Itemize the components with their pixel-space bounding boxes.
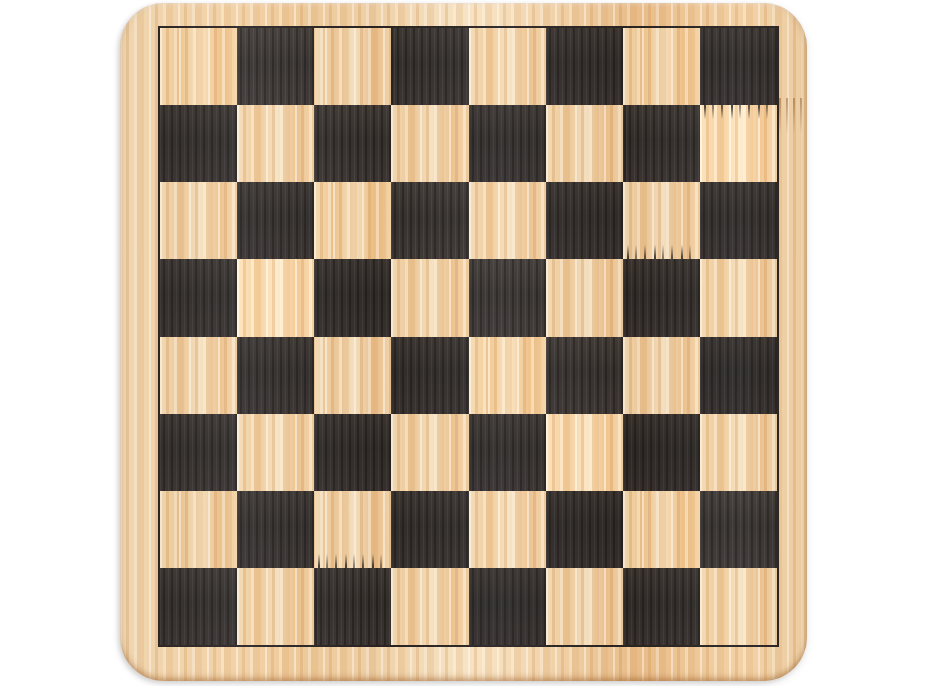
square-e8[interactable] [469, 28, 546, 105]
square-b3[interactable] [237, 414, 314, 491]
square-d1[interactable] [391, 568, 468, 645]
square-g2[interactable] [623, 491, 700, 568]
square-e2[interactable] [469, 491, 546, 568]
square-h6[interactable] [700, 182, 777, 259]
square-a5[interactable] [160, 259, 237, 336]
square-c5[interactable] [314, 259, 391, 336]
square-e5[interactable] [469, 259, 546, 336]
square-a1[interactable] [160, 568, 237, 645]
square-a2[interactable] [160, 491, 237, 568]
board-grid [160, 28, 777, 645]
square-h3[interactable] [700, 414, 777, 491]
photo-background [0, 0, 928, 686]
square-f4[interactable] [546, 337, 623, 414]
square-h7[interactable] [700, 105, 777, 182]
square-h5[interactable] [700, 259, 777, 336]
square-h4[interactable] [700, 337, 777, 414]
square-h2[interactable] [700, 491, 777, 568]
wood-grain-streak-detail [779, 98, 803, 134]
wooden-board [120, 3, 807, 681]
square-a7[interactable] [160, 105, 237, 182]
square-e6[interactable] [469, 182, 546, 259]
square-f3[interactable] [546, 414, 623, 491]
square-g6[interactable] [623, 182, 700, 259]
square-d6[interactable] [391, 182, 468, 259]
square-e7[interactable] [469, 105, 546, 182]
square-d8[interactable] [391, 28, 468, 105]
square-g8[interactable] [623, 28, 700, 105]
square-g3[interactable] [623, 414, 700, 491]
square-b6[interactable] [237, 182, 314, 259]
square-a6[interactable] [160, 182, 237, 259]
square-h8[interactable] [700, 28, 777, 105]
square-a3[interactable] [160, 414, 237, 491]
square-b5[interactable] [237, 259, 314, 336]
square-g7[interactable] [623, 105, 700, 182]
square-c1[interactable] [314, 568, 391, 645]
chessboard-playing-area [158, 26, 779, 647]
square-b2[interactable] [237, 491, 314, 568]
square-c3[interactable] [314, 414, 391, 491]
square-b4[interactable] [237, 337, 314, 414]
square-c6[interactable] [314, 182, 391, 259]
square-g5[interactable] [623, 259, 700, 336]
square-c8[interactable] [314, 28, 391, 105]
square-e4[interactable] [469, 337, 546, 414]
square-a4[interactable] [160, 337, 237, 414]
square-g1[interactable] [623, 568, 700, 645]
square-e3[interactable] [469, 414, 546, 491]
square-d3[interactable] [391, 414, 468, 491]
square-f1[interactable] [546, 568, 623, 645]
square-c7[interactable] [314, 105, 391, 182]
square-a8[interactable] [160, 28, 237, 105]
square-d4[interactable] [391, 337, 468, 414]
square-b7[interactable] [237, 105, 314, 182]
square-b1[interactable] [237, 568, 314, 645]
square-f5[interactable] [546, 259, 623, 336]
square-f8[interactable] [546, 28, 623, 105]
square-e1[interactable] [469, 568, 546, 645]
square-b8[interactable] [237, 28, 314, 105]
square-d7[interactable] [391, 105, 468, 182]
square-f6[interactable] [546, 182, 623, 259]
square-f2[interactable] [546, 491, 623, 568]
square-f7[interactable] [546, 105, 623, 182]
square-c2[interactable] [314, 491, 391, 568]
square-d5[interactable] [391, 259, 468, 336]
square-h1[interactable] [700, 568, 777, 645]
square-c4[interactable] [314, 337, 391, 414]
square-d2[interactable] [391, 491, 468, 568]
square-g4[interactable] [623, 337, 700, 414]
